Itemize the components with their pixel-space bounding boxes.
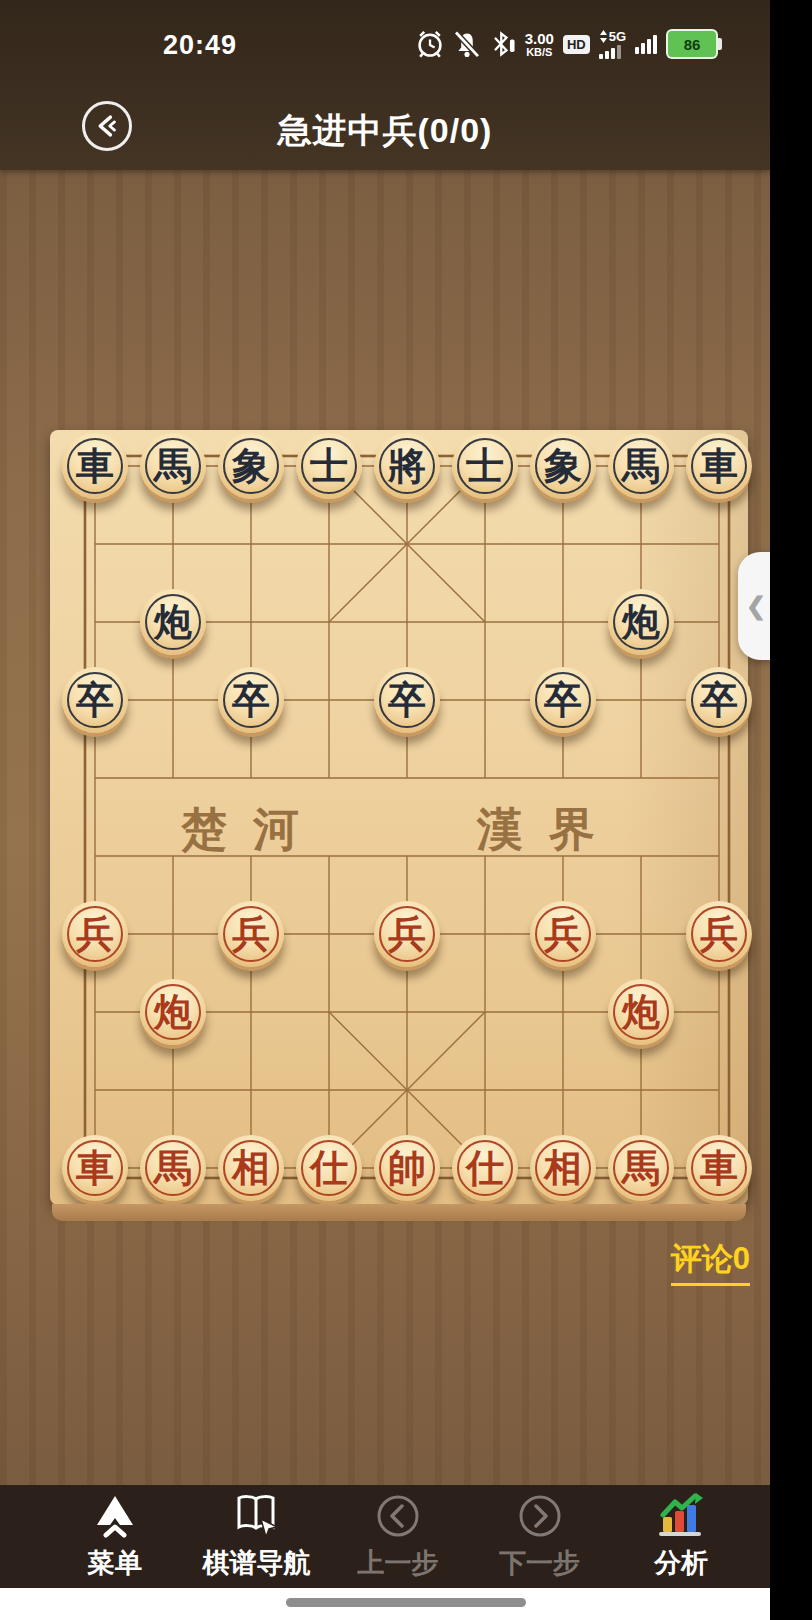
letterbox-strip: [770, 0, 812, 1620]
piece-black-將[interactable]: 將: [374, 433, 440, 499]
piece-red-相[interactable]: 相: [530, 1135, 596, 1201]
nav-next-step-button[interactable]: 下一步: [469, 1493, 611, 1581]
piece-red-炮[interactable]: 炮: [140, 979, 206, 1045]
bluetooth-icon: [490, 29, 516, 59]
status-bar: 20:49: [0, 0, 770, 78]
chevron-left-icon: ❮: [746, 592, 766, 620]
piece-black-馬[interactable]: 馬: [140, 433, 206, 499]
piece-glyph: 馬: [154, 447, 192, 485]
nav-prev-step-button[interactable]: 上一步: [327, 1493, 469, 1581]
piece-red-馬[interactable]: 馬: [140, 1135, 206, 1201]
piece-glyph: 炮: [154, 603, 192, 641]
piece-glyph: 車: [700, 1149, 738, 1187]
piece-black-卒[interactable]: 卒: [374, 667, 440, 733]
piece-glyph: 馬: [154, 1149, 192, 1187]
piece-black-卒[interactable]: 卒: [218, 667, 284, 733]
piece-black-士[interactable]: 士: [296, 433, 362, 499]
piece-glyph: 炮: [154, 993, 192, 1031]
piece-black-士[interactable]: 士: [452, 433, 518, 499]
top-header: 20:49: [0, 0, 770, 170]
next-step-icon: [517, 1493, 563, 1539]
prev-step-icon: [375, 1493, 421, 1539]
piece-red-仕[interactable]: 仕: [452, 1135, 518, 1201]
piece-red-馬[interactable]: 馬: [608, 1135, 674, 1201]
river-label-right: 漢界: [451, 799, 621, 861]
home-indicator[interactable]: [286, 1598, 526, 1607]
piece-red-兵[interactable]: 兵: [62, 901, 128, 967]
piece-black-馬[interactable]: 馬: [608, 433, 674, 499]
piece-black-卒[interactable]: 卒: [530, 667, 596, 733]
notation-nav-icon: [231, 1493, 281, 1539]
piece-glyph: 仕: [466, 1149, 504, 1187]
xiangqi-app: 20:49: [0, 0, 770, 1620]
piece-black-炮[interactable]: 炮: [608, 589, 674, 655]
piece-glyph: 馬: [622, 1149, 660, 1187]
piece-black-象[interactable]: 象: [218, 433, 284, 499]
xiangqi-board[interactable]: 楚河 漢界 車馬象士將士象馬車炮炮卒卒卒卒卒兵兵兵兵兵炮炮車馬相仕帥仕相馬車: [50, 430, 748, 1205]
piece-red-帥[interactable]: 帥: [374, 1135, 440, 1201]
piece-glyph: 兵: [388, 915, 426, 953]
piece-black-炮[interactable]: 炮: [140, 589, 206, 655]
piece-red-車[interactable]: 車: [686, 1135, 752, 1201]
network-speed: 3.00 KB/S: [525, 31, 554, 58]
piece-glyph: 車: [76, 1149, 114, 1187]
piece-glyph: 卒: [700, 681, 738, 719]
piece-glyph: 卒: [76, 681, 114, 719]
piece-red-相[interactable]: 相: [218, 1135, 284, 1201]
piece-glyph: 卒: [232, 681, 270, 719]
piece-black-車[interactable]: 車: [62, 433, 128, 499]
piece-glyph: 象: [232, 447, 270, 485]
piece-glyph: 炮: [622, 993, 660, 1031]
piece-glyph: 兵: [232, 915, 270, 953]
hd-badge: HD: [563, 35, 590, 54]
piece-glyph: 將: [388, 447, 426, 485]
menu-icon: [92, 1493, 138, 1539]
analysis-icon: [655, 1493, 707, 1539]
battery-icon: 86: [666, 29, 718, 59]
comments-count: 0: [733, 1241, 750, 1276]
piece-glyph: 象: [544, 447, 582, 485]
piece-glyph: 士: [310, 447, 348, 485]
side-panel-handle[interactable]: ❮: [738, 552, 770, 660]
river-label-left: 楚河: [155, 799, 325, 861]
notifications-muted-icon: [453, 29, 481, 59]
piece-red-仕[interactable]: 仕: [296, 1135, 362, 1201]
alarm-icon: [416, 29, 444, 59]
piece-black-卒[interactable]: 卒: [62, 667, 128, 733]
piece-glyph: 兵: [544, 915, 582, 953]
sim1-5g-signal-icon: 5G: [599, 30, 626, 59]
piece-glyph: 相: [232, 1149, 270, 1187]
piece-glyph: 車: [76, 447, 114, 485]
piece-red-兵[interactable]: 兵: [530, 901, 596, 967]
nav-notation-button[interactable]: 棋谱导航: [186, 1493, 328, 1581]
piece-glyph: 卒: [544, 681, 582, 719]
piece-red-車[interactable]: 車: [62, 1135, 128, 1201]
piece-glyph: 兵: [700, 915, 738, 953]
piece-red-兵[interactable]: 兵: [686, 901, 752, 967]
piece-glyph: 相: [544, 1149, 582, 1187]
piece-black-象[interactable]: 象: [530, 433, 596, 499]
bottom-nav: 菜单 棋谱导航 上一步: [0, 1485, 770, 1588]
comments-link[interactable]: 评论0: [640, 1238, 750, 1286]
piece-glyph: 帥: [388, 1149, 426, 1187]
piece-glyph: 仕: [310, 1149, 348, 1187]
page-title: 急进中兵(0/0): [0, 108, 770, 154]
piece-red-兵[interactable]: 兵: [218, 901, 284, 967]
piece-red-炮[interactable]: 炮: [608, 979, 674, 1045]
sim2-signal-icon: [635, 35, 657, 54]
piece-glyph: 士: [466, 447, 504, 485]
nav-menu-button[interactable]: 菜单: [44, 1493, 186, 1581]
piece-glyph: 兵: [76, 915, 114, 953]
piece-glyph: 馬: [622, 447, 660, 485]
piece-black-卒[interactable]: 卒: [686, 667, 752, 733]
piece-black-車[interactable]: 車: [686, 433, 752, 499]
piece-glyph: 車: [700, 447, 738, 485]
piece-red-兵[interactable]: 兵: [374, 901, 440, 967]
piece-glyph: 卒: [388, 681, 426, 719]
piece-glyph: 炮: [622, 603, 660, 641]
clock-time: 20:49: [163, 30, 237, 61]
nav-analysis-button[interactable]: 分析: [610, 1493, 752, 1581]
phone-screen: 20:49: [0, 0, 812, 1620]
